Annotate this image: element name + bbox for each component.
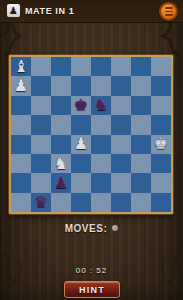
square-a7[interactable]: ♟ <box>11 76 31 95</box>
square-h5[interactable] <box>151 115 171 134</box>
square-e2[interactable] <box>91 173 111 192</box>
square-d6[interactable]: ♚ <box>71 96 91 115</box>
square-h4[interactable]: ♚ <box>151 135 171 154</box>
square-c1[interactable] <box>51 193 71 212</box>
square-d3[interactable] <box>71 154 91 173</box>
square-f3[interactable] <box>111 154 131 173</box>
square-f6[interactable] <box>111 96 131 115</box>
square-g4[interactable] <box>131 135 151 154</box>
hint-button[interactable]: HINT <box>64 281 120 298</box>
piece-white-king[interactable]: ♚ <box>154 136 168 152</box>
square-e1[interactable] <box>91 193 111 212</box>
square-c3[interactable]: ♞ <box>51 154 71 173</box>
square-b7[interactable] <box>31 76 51 95</box>
square-a2[interactable] <box>11 173 31 192</box>
square-a4[interactable] <box>11 135 31 154</box>
moves-row: MOVES: <box>0 221 183 235</box>
square-g8[interactable] <box>131 57 151 76</box>
square-g3[interactable] <box>131 154 151 173</box>
piece-black-pawn[interactable]: ♟ <box>54 175 68 191</box>
square-g6[interactable] <box>131 96 151 115</box>
piece-white-pawn[interactable]: ♟ <box>74 136 88 152</box>
square-c2[interactable]: ♟ <box>51 173 71 192</box>
piece-white-pawn[interactable]: ♟ <box>14 78 28 94</box>
square-d7[interactable] <box>71 76 91 95</box>
timer: 00 : 52 <box>0 266 183 275</box>
page-title: MATE IN 1 <box>25 6 74 16</box>
chess-board-frame: ♝♟♚♞♟♚♞♟♛ <box>9 55 173 214</box>
square-f7[interactable] <box>111 76 131 95</box>
square-b4[interactable] <box>31 135 51 154</box>
square-e4[interactable] <box>91 135 111 154</box>
square-d2[interactable] <box>71 173 91 192</box>
square-g5[interactable] <box>131 115 151 134</box>
square-g1[interactable] <box>131 193 151 212</box>
square-c6[interactable] <box>51 96 71 115</box>
piece-black-knight[interactable]: ♞ <box>94 97 108 113</box>
square-c4[interactable] <box>51 135 71 154</box>
square-a6[interactable] <box>11 96 31 115</box>
square-d1[interactable] <box>71 193 91 212</box>
square-a8[interactable]: ♝ <box>11 57 31 76</box>
hamburger-icon <box>165 7 173 9</box>
square-g2[interactable] <box>131 173 151 192</box>
square-b1[interactable]: ♛ <box>31 193 51 212</box>
square-a5[interactable] <box>11 115 31 134</box>
square-f8[interactable] <box>111 57 131 76</box>
square-f1[interactable] <box>111 193 131 212</box>
piece-white-knight[interactable]: ♞ <box>54 156 68 172</box>
ornament-bottom-left <box>0 252 30 300</box>
square-c5[interactable] <box>51 115 71 134</box>
square-d5[interactable] <box>71 115 91 134</box>
square-h7[interactable] <box>151 76 171 95</box>
square-f2[interactable] <box>111 173 131 192</box>
square-e6[interactable]: ♞ <box>91 96 111 115</box>
ornament-bottom-right <box>153 252 183 300</box>
square-h8[interactable] <box>151 57 171 76</box>
square-h3[interactable] <box>151 154 171 173</box>
header-bar: ♟ MATE IN 1 <box>0 0 183 23</box>
square-b2[interactable] <box>31 173 51 192</box>
square-f5[interactable] <box>111 115 131 134</box>
app-screen: ♟ MATE IN 1 ♝♟♚♞♟♚♞♟♛ MOVES: 00 : 52 HIN… <box>0 0 183 300</box>
moves-label: MOVES: <box>65 223 107 234</box>
square-b8[interactable] <box>31 57 51 76</box>
square-a1[interactable] <box>11 193 31 212</box>
square-h1[interactable] <box>151 193 171 212</box>
menu-button[interactable] <box>159 2 178 21</box>
hint-button-label: HINT <box>79 285 105 295</box>
square-e7[interactable] <box>91 76 111 95</box>
square-b5[interactable] <box>31 115 51 134</box>
square-c7[interactable] <box>51 76 71 95</box>
square-d4[interactable]: ♟ <box>71 135 91 154</box>
piece-white-bishop[interactable]: ♝ <box>14 59 28 75</box>
square-a3[interactable] <box>11 154 31 173</box>
piece-black-king[interactable]: ♚ <box>74 97 88 113</box>
square-b3[interactable] <box>31 154 51 173</box>
piece-black-queen[interactable]: ♛ <box>34 194 48 210</box>
square-b6[interactable] <box>31 96 51 115</box>
square-e3[interactable] <box>91 154 111 173</box>
chess-board[interactable]: ♝♟♚♞♟♚♞♟♛ <box>11 57 171 212</box>
square-e5[interactable] <box>91 115 111 134</box>
square-f4[interactable] <box>111 135 131 154</box>
square-c8[interactable] <box>51 57 71 76</box>
moves-count-dot <box>112 225 118 231</box>
square-g7[interactable] <box>131 76 151 95</box>
square-e8[interactable] <box>91 57 111 76</box>
square-h2[interactable] <box>151 173 171 192</box>
square-h6[interactable] <box>151 96 171 115</box>
pawn-icon: ♟ <box>7 4 20 17</box>
square-d8[interactable] <box>71 57 91 76</box>
